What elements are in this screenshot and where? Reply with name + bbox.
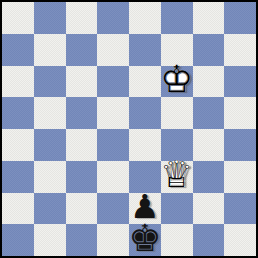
square-h7[interactable] [224, 34, 256, 66]
square-a4[interactable] [2, 129, 34, 161]
square-a3[interactable] [2, 161, 34, 193]
square-e7[interactable] [129, 34, 161, 66]
square-h4[interactable] [224, 129, 256, 161]
black-king-glyph: ♚ [129, 222, 161, 254]
square-c2[interactable] [66, 193, 98, 225]
square-h1[interactable] [224, 224, 256, 256]
square-f8[interactable] [161, 2, 193, 34]
square-b4[interactable] [34, 129, 66, 161]
square-d7[interactable] [97, 34, 129, 66]
square-d5[interactable] [97, 97, 129, 129]
square-c3[interactable] [66, 161, 98, 193]
square-g6[interactable] [193, 66, 225, 98]
square-h8[interactable] [224, 2, 256, 34]
square-b1[interactable] [34, 224, 66, 256]
square-a2[interactable] [2, 193, 34, 225]
square-g1[interactable] [193, 224, 225, 256]
square-c8[interactable] [66, 2, 98, 34]
square-f3[interactable]: ♛♕ [161, 161, 193, 193]
square-b8[interactable] [34, 2, 66, 34]
square-g4[interactable] [193, 129, 225, 161]
square-c5[interactable] [66, 97, 98, 129]
square-e8[interactable] [129, 2, 161, 34]
square-f1[interactable] [161, 224, 193, 256]
square-b3[interactable] [34, 161, 66, 193]
square-c7[interactable] [66, 34, 98, 66]
square-d8[interactable] [97, 2, 129, 34]
square-f6[interactable]: ♚♔ [161, 66, 193, 98]
square-h2[interactable] [224, 193, 256, 225]
piece-white-king[interactable]: ♚♔ [161, 66, 193, 98]
square-g2[interactable] [193, 193, 225, 225]
square-g8[interactable] [193, 2, 225, 34]
square-h6[interactable] [224, 66, 256, 98]
white-king-glyph: ♔ [161, 64, 193, 96]
square-e6[interactable] [129, 66, 161, 98]
piece-white-queen[interactable]: ♛♕ [161, 161, 193, 193]
square-h5[interactable] [224, 97, 256, 129]
square-e4[interactable] [129, 129, 161, 161]
chess-board-frame: ♚♔♛♕♟♚ [0, 0, 258, 258]
square-e5[interactable] [129, 97, 161, 129]
square-c6[interactable] [66, 66, 98, 98]
square-a7[interactable] [2, 34, 34, 66]
square-c1[interactable] [66, 224, 98, 256]
chess-board: ♚♔♛♕♟♚ [2, 2, 256, 256]
square-g7[interactable] [193, 34, 225, 66]
square-b6[interactable] [34, 66, 66, 98]
square-d4[interactable] [97, 129, 129, 161]
square-a6[interactable] [2, 66, 34, 98]
square-e1[interactable]: ♚ [129, 224, 161, 256]
square-b5[interactable] [34, 97, 66, 129]
square-b7[interactable] [34, 34, 66, 66]
square-a8[interactable] [2, 2, 34, 34]
square-f5[interactable] [161, 97, 193, 129]
square-d6[interactable] [97, 66, 129, 98]
piece-black-king[interactable]: ♚ [129, 224, 161, 256]
square-d2[interactable] [97, 193, 129, 225]
square-g5[interactable] [193, 97, 225, 129]
square-g3[interactable] [193, 161, 225, 193]
square-a1[interactable] [2, 224, 34, 256]
square-a5[interactable] [2, 97, 34, 129]
white-queen-glyph: ♕ [161, 159, 193, 191]
square-c4[interactable] [66, 129, 98, 161]
square-f2[interactable] [161, 193, 193, 225]
square-d3[interactable] [97, 161, 129, 193]
square-d1[interactable] [97, 224, 129, 256]
square-h3[interactable] [224, 161, 256, 193]
square-b2[interactable] [34, 193, 66, 225]
